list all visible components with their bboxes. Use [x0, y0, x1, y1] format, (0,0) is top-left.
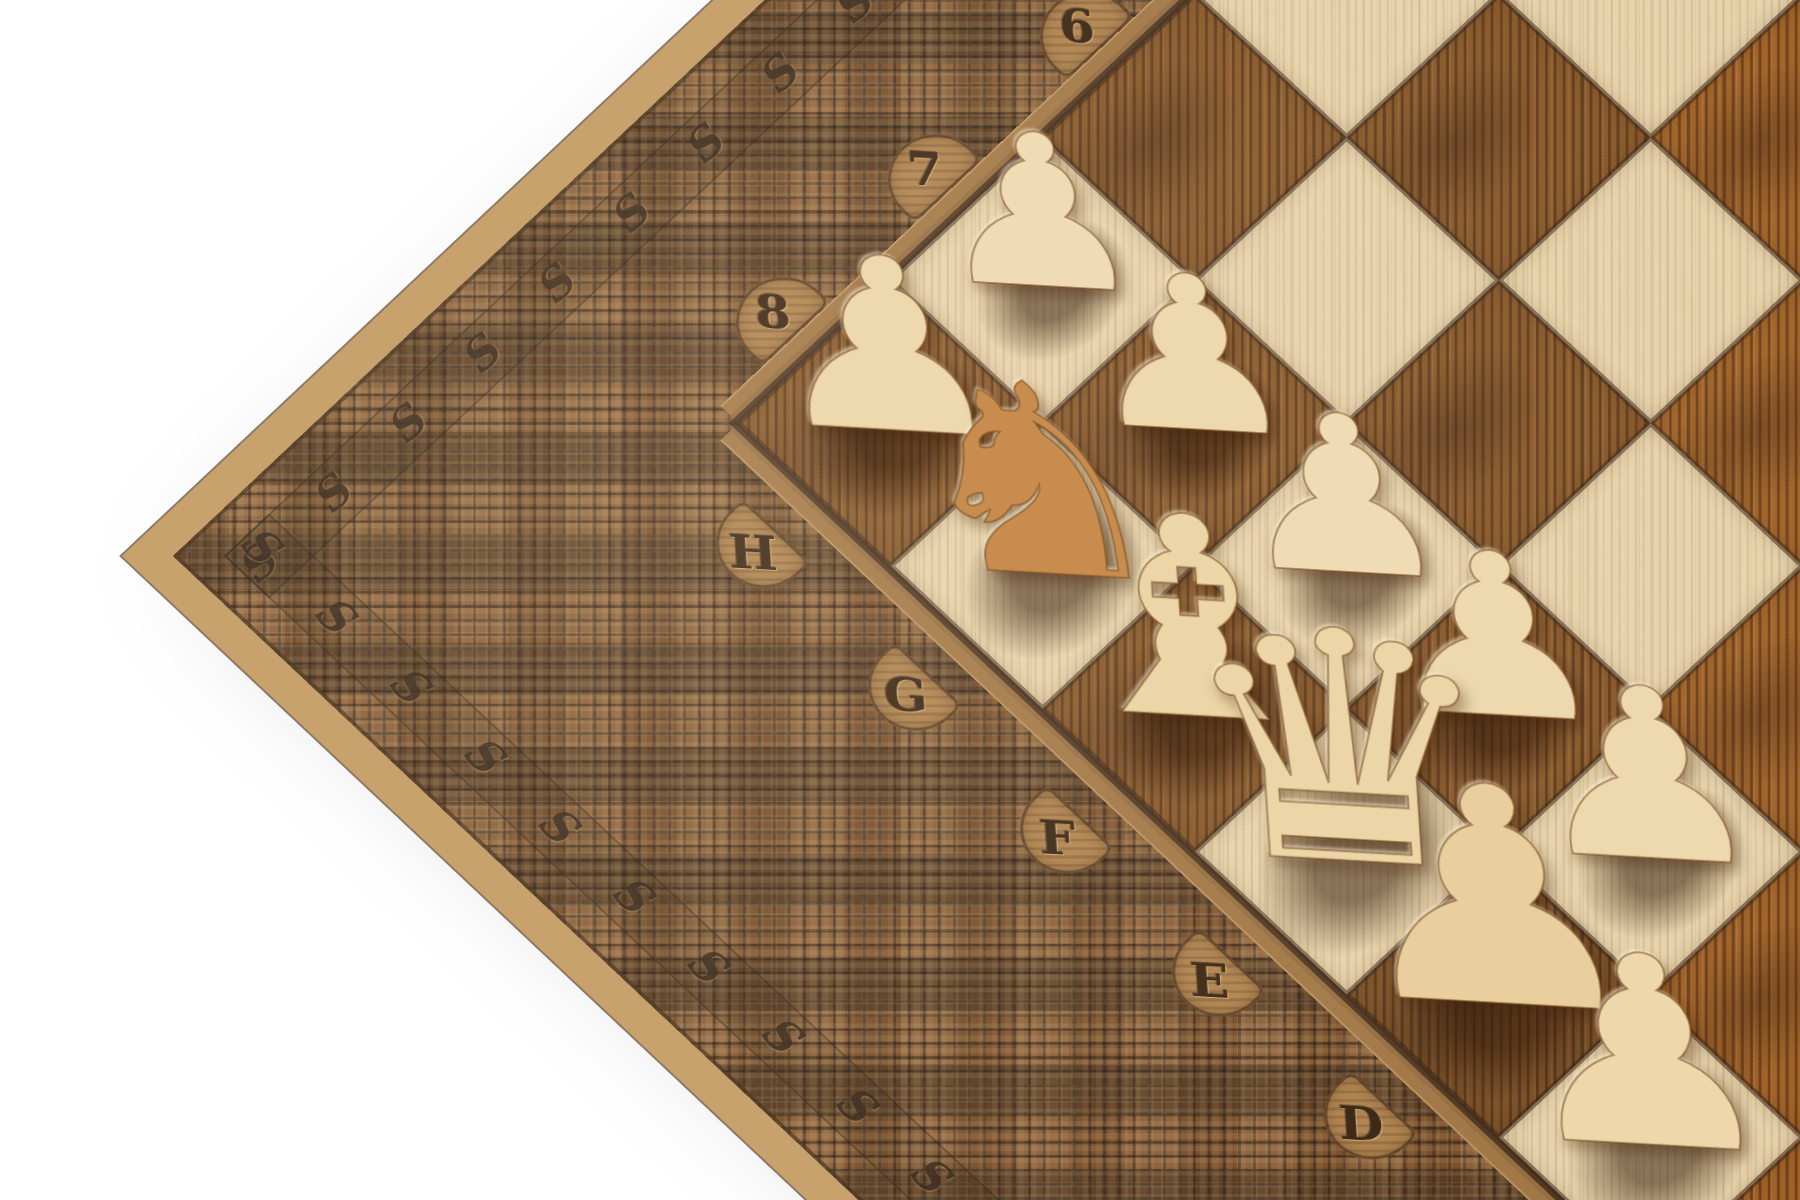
- chessboard: S S S S S S S S S S S S S S S S S S S S …: [122, 0, 1800, 1200]
- file-label-h: H: [696, 499, 811, 607]
- file-label-e: E: [1152, 927, 1267, 1035]
- file-label-d: D: [1304, 1070, 1419, 1178]
- piece-white-pawn-c8[interactable]: ♟: [1503, 914, 1787, 1193]
- photo-canvas: S S S S S S S S S S S S S S S S S S S S …: [0, 0, 1800, 1200]
- file-label-g: G: [848, 641, 963, 749]
- file-label-f: F: [1000, 784, 1115, 892]
- board-frame: S S S S S S S S S S S S S S S S S S S S …: [122, 0, 1800, 1200]
